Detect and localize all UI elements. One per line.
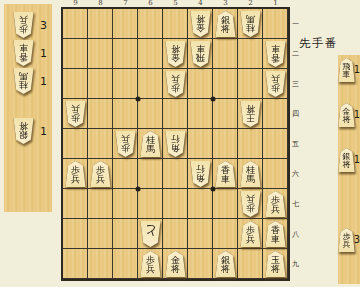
square-1-3[interactable]: 歩兵 <box>263 69 288 99</box>
square-7-5[interactable]: 歩兵 <box>113 129 138 159</box>
piece-face: 桂馬 <box>140 131 161 157</box>
square-2-5[interactable] <box>238 129 263 159</box>
piece-kanji: 角行 <box>196 164 205 183</box>
square-5-8[interactable] <box>163 219 188 249</box>
square-8-6[interactable]: 歩兵 <box>88 159 113 189</box>
file-label-3: 3 <box>213 0 238 7</box>
piece-kanji: 桂馬 <box>146 136 155 155</box>
file-label-9: 9 <box>63 0 88 7</box>
square-1-1[interactable] <box>263 9 288 39</box>
piece-gote-金将[interactable]: 金将 <box>165 41 186 67</box>
square-4-8[interactable] <box>188 219 213 249</box>
piece-face: 金将 <box>190 11 211 37</box>
square-6-6[interactable] <box>138 159 163 189</box>
piece-kanji: 歩兵 <box>246 194 255 213</box>
piece-kanji: 飛車 <box>196 44 205 63</box>
square-7-6[interactable] <box>113 159 138 189</box>
piece-sente-歩兵[interactable]: 歩兵 <box>240 221 261 247</box>
square-2-1[interactable]: 桂馬 <box>238 9 263 39</box>
square-4-4[interactable] <box>188 99 213 129</box>
rank-label-5: 五 <box>291 129 300 159</box>
piece-sente-歩兵[interactable]: 歩兵 <box>140 251 161 277</box>
piece-sente-歩兵[interactable]: 歩兵 <box>265 191 286 217</box>
square-8-8[interactable] <box>88 219 113 249</box>
piece-kanji: 王将 <box>246 104 255 123</box>
hand-count: 3 <box>40 19 47 32</box>
hand-count: 1 <box>354 154 360 165</box>
piece-face: 香車 <box>265 41 286 67</box>
piece-kanji: 桂馬 <box>19 71 28 90</box>
piece-face: 歩兵 <box>140 251 161 277</box>
piece-kanji: 歩兵 <box>343 233 351 250</box>
piece-kanji: 桂馬 <box>246 166 255 185</box>
piece-kanji: 歩兵 <box>271 196 280 215</box>
square-6-2[interactable] <box>138 39 163 69</box>
piece-face: 桂馬 <box>240 11 261 37</box>
piece-sente-歩兵[interactable]: 歩兵 <box>338 228 355 252</box>
square-2-4[interactable]: 王将 <box>238 99 263 129</box>
piece-face: 歩兵 <box>265 191 286 217</box>
piece-sente-銀将[interactable]: 銀将 <box>338 148 355 172</box>
file-label-8: 8 <box>88 0 113 7</box>
piece-face: 歩兵 <box>338 228 355 252</box>
square-4-2[interactable]: 飛車 <box>188 39 213 69</box>
rank-label-7: 七 <box>291 189 300 219</box>
piece-sente-歩兵[interactable]: 歩兵 <box>65 161 86 187</box>
piece-face: 桂馬 <box>13 68 34 94</box>
piece-gote-桂馬[interactable]: 桂馬 <box>240 11 261 37</box>
piece-face: 歩兵 <box>165 71 186 97</box>
piece-sente-金将[interactable]: 金将 <box>338 103 355 127</box>
piece-sente-飛車[interactable]: 飛車 <box>338 58 355 82</box>
hand-count: 1 <box>40 75 47 88</box>
star-point <box>136 187 141 192</box>
piece-sente-玉将[interactable]: 玉将 <box>265 251 286 277</box>
piece-face: 玉将 <box>265 251 286 277</box>
square-1-9[interactable]: 玉将 <box>263 249 288 279</box>
rank-label-4: 四 <box>291 99 300 129</box>
hand-entry-sente-銀将: 銀将1 <box>338 148 360 176</box>
piece-face: 銀将 <box>13 118 34 144</box>
file-label-4: 4 <box>188 0 213 7</box>
square-1-8[interactable]: 香車 <box>263 219 288 249</box>
square-3-5[interactable] <box>213 129 238 159</box>
square-5-1[interactable] <box>163 9 188 39</box>
square-9-8[interactable] <box>63 219 88 249</box>
piece-kanji: 香車 <box>221 166 230 185</box>
shogi-board: 金将銀将桂馬金将飛車香車歩兵歩兵歩兵王将歩兵桂馬角行歩兵歩兵角行香車桂馬歩兵歩兵… <box>61 7 290 281</box>
square-9-9[interactable] <box>63 249 88 279</box>
piece-gote-歩兵[interactable]: 歩兵 <box>65 101 86 127</box>
piece-face: 銀将 <box>338 148 355 172</box>
star-point <box>211 187 216 192</box>
piece-face: 金将 <box>165 41 186 67</box>
piece-kanji: 角行 <box>171 134 180 153</box>
piece-kanji: 歩兵 <box>171 74 180 93</box>
square-1-5[interactable] <box>263 129 288 159</box>
square-6-7[interactable] <box>138 189 163 219</box>
square-4-1[interactable]: 金将 <box>188 9 213 39</box>
square-7-9[interactable] <box>113 249 138 279</box>
rank-label-8: 八 <box>291 219 300 249</box>
square-5-4[interactable] <box>163 99 188 129</box>
square-7-8[interactable] <box>113 219 138 249</box>
piece-face: 歩兵 <box>13 12 34 38</box>
piece-face: 飛車 <box>190 41 211 67</box>
piece-face: 香車 <box>215 161 236 187</box>
piece-gote-角行[interactable]: 角行 <box>165 131 186 157</box>
square-3-3[interactable] <box>213 69 238 99</box>
file-label-5: 5 <box>163 0 188 7</box>
hand-entry-gote-香車: 香車1 <box>4 40 52 68</box>
piece-kanji: 金将 <box>343 108 351 125</box>
square-2-9[interactable] <box>238 249 263 279</box>
piece-face: 金将 <box>165 251 186 277</box>
piece-gote-角行[interactable]: 角行 <box>190 161 211 187</box>
piece-gote-歩兵[interactable]: 歩兵 <box>115 131 136 157</box>
square-4-9[interactable] <box>188 249 213 279</box>
square-4-3[interactable] <box>188 69 213 99</box>
square-1-7[interactable]: 歩兵 <box>263 189 288 219</box>
square-8-5[interactable] <box>88 129 113 159</box>
square-3-8[interactable] <box>213 219 238 249</box>
turn-indicator: 先手番 <box>299 36 338 51</box>
piece-kanji: 歩兵 <box>19 15 28 34</box>
file-label-1: 1 <box>263 0 288 7</box>
piece-kanji: 香車 <box>19 43 28 62</box>
piece-kanji: 歩兵 <box>71 166 80 185</box>
square-1-2[interactable]: 香車 <box>263 39 288 69</box>
square-2-2[interactable] <box>238 39 263 69</box>
piece-sente-香車[interactable]: 香車 <box>265 221 286 247</box>
piece-sente-金将[interactable]: 金将 <box>165 251 186 277</box>
square-4-5[interactable] <box>188 129 213 159</box>
square-9-2[interactable] <box>63 39 88 69</box>
square-9-4[interactable]: 歩兵 <box>63 99 88 129</box>
square-1-6[interactable] <box>263 159 288 189</box>
file-label-6: 6 <box>138 0 163 7</box>
square-3-6[interactable]: 香車 <box>213 159 238 189</box>
square-8-9[interactable] <box>88 249 113 279</box>
square-6-5[interactable]: 桂馬 <box>138 129 163 159</box>
hand-entry-sente-金将: 金将1 <box>338 103 360 131</box>
square-8-3[interactable] <box>88 69 113 99</box>
piece-kanji: 歩兵 <box>271 74 280 93</box>
gote-hand-stand: 歩兵3香車1桂馬1銀将1 <box>4 4 52 212</box>
sente-hand-stand: 飛車1金将1銀将1歩兵3 <box>338 55 360 284</box>
square-2-7[interactable]: 歩兵 <box>238 189 263 219</box>
file-label-7: 7 <box>113 0 138 7</box>
square-7-7[interactable] <box>113 189 138 219</box>
piece-kanji: 歩兵 <box>71 104 80 123</box>
piece-gote-歩兵[interactable]: 歩兵 <box>165 71 186 97</box>
square-5-3[interactable]: 歩兵 <box>163 69 188 99</box>
board-grid: 金将銀将桂馬金将飛車香車歩兵歩兵歩兵王将歩兵桂馬角行歩兵歩兵角行香車桂馬歩兵歩兵… <box>63 9 288 279</box>
piece-kanji: 銀将 <box>221 16 230 35</box>
piece-kanji: 歩兵 <box>96 166 105 185</box>
piece-sente-香車[interactable]: 香車 <box>215 161 236 187</box>
piece-gote-歩兵[interactable]: 歩兵 <box>240 191 261 217</box>
piece-gote-香車[interactable]: 香車 <box>13 40 34 66</box>
rank-label-1: 一 <box>291 9 300 39</box>
piece-face: 歩兵 <box>90 161 111 187</box>
square-5-7[interactable] <box>163 189 188 219</box>
piece-gote-王将[interactable]: 王将 <box>240 101 261 127</box>
square-6-1[interactable] <box>138 9 163 39</box>
square-9-6[interactable]: 歩兵 <box>63 159 88 189</box>
hand-count: 1 <box>354 64 360 75</box>
piece-face: 角行 <box>165 131 186 157</box>
piece-gote-と[interactable]: と <box>140 221 161 247</box>
piece-face: 歩兵 <box>240 221 261 247</box>
square-5-9[interactable]: 金将 <box>163 249 188 279</box>
hand-entry-sente-歩兵: 歩兵3 <box>338 228 360 256</box>
piece-gote-銀将[interactable]: 銀将 <box>13 118 34 144</box>
square-5-6[interactable] <box>163 159 188 189</box>
piece-face: 銀将 <box>215 251 236 277</box>
piece-kanji: 金将 <box>171 256 180 275</box>
piece-kanji: 金将 <box>171 44 180 63</box>
piece-sente-歩兵[interactable]: 歩兵 <box>90 161 111 187</box>
square-3-9[interactable]: 銀将 <box>213 249 238 279</box>
square-8-2[interactable] <box>88 39 113 69</box>
square-3-2[interactable] <box>213 39 238 69</box>
piece-face: 銀将 <box>215 11 236 37</box>
square-9-1[interactable] <box>63 9 88 39</box>
piece-face: 香車 <box>265 221 286 247</box>
piece-kanji: 銀将 <box>221 256 230 275</box>
piece-sente-銀将[interactable]: 銀将 <box>215 251 236 277</box>
piece-face: 金将 <box>338 103 355 127</box>
square-3-4[interactable] <box>213 99 238 129</box>
piece-face: 桂馬 <box>240 161 261 187</box>
piece-face: 歩兵 <box>240 191 261 217</box>
square-8-7[interactable] <box>88 189 113 219</box>
square-5-2[interactable]: 金将 <box>163 39 188 69</box>
square-7-2[interactable] <box>113 39 138 69</box>
piece-kanji: 香車 <box>271 44 280 63</box>
piece-sente-銀将[interactable]: 銀将 <box>215 11 236 37</box>
piece-face: 角行 <box>190 161 211 187</box>
square-3-7[interactable] <box>213 189 238 219</box>
hand-count: 1 <box>40 47 47 60</box>
piece-gote-香車[interactable]: 香車 <box>265 41 286 67</box>
square-9-5[interactable] <box>63 129 88 159</box>
piece-gote-歩兵[interactable]: 歩兵 <box>13 12 34 38</box>
square-7-3[interactable] <box>113 69 138 99</box>
piece-gote-飛車[interactable]: 飛車 <box>190 41 211 67</box>
rank-label-6: 六 <box>291 159 300 189</box>
square-2-3[interactable] <box>238 69 263 99</box>
hand-count: 1 <box>354 109 360 120</box>
square-5-5[interactable]: 角行 <box>163 129 188 159</box>
hand-entry-gote-桂馬: 桂馬1 <box>4 68 52 96</box>
piece-kanji: 銀将 <box>19 121 28 140</box>
square-3-1[interactable]: 銀将 <box>213 9 238 39</box>
square-6-3[interactable] <box>138 69 163 99</box>
piece-gote-歩兵[interactable]: 歩兵 <box>265 71 286 97</box>
shogi-diagram: 987654321 金将銀将桂馬金将飛車香車歩兵歩兵歩兵王将歩兵桂馬角行歩兵歩兵… <box>0 0 360 287</box>
piece-kanji: 歩兵 <box>146 256 155 275</box>
square-4-7[interactable] <box>188 189 213 219</box>
square-6-9[interactable]: 歩兵 <box>138 249 163 279</box>
hand-entry-sente-飛車: 飛車1 <box>338 58 360 86</box>
square-7-4[interactable] <box>113 99 138 129</box>
square-1-4[interactable] <box>263 99 288 129</box>
square-4-6[interactable]: 角行 <box>188 159 213 189</box>
square-7-1[interactable] <box>113 9 138 39</box>
hand-entry-gote-銀将: 銀将1 <box>4 118 52 146</box>
piece-face: 歩兵 <box>265 71 286 97</box>
piece-gote-桂馬[interactable]: 桂馬 <box>13 68 34 94</box>
square-2-8[interactable]: 歩兵 <box>238 219 263 249</box>
piece-face: 歩兵 <box>115 131 136 157</box>
piece-kanji: 歩兵 <box>246 226 255 245</box>
rank-label-3: 三 <box>291 69 300 99</box>
piece-kanji: 歩兵 <box>121 134 130 153</box>
hand-count: 1 <box>40 125 47 138</box>
piece-face: 歩兵 <box>65 161 86 187</box>
piece-face: 飛車 <box>338 58 355 82</box>
piece-face: 王将 <box>240 101 261 127</box>
piece-gote-金将[interactable]: 金将 <box>190 11 211 37</box>
square-6-8[interactable]: と <box>138 219 163 249</box>
piece-kanji: 飛車 <box>343 63 351 80</box>
star-point <box>136 97 141 102</box>
hand-count: 3 <box>354 234 360 245</box>
square-8-1[interactable] <box>88 9 113 39</box>
piece-face: と <box>140 221 161 247</box>
piece-kanji: 金将 <box>196 14 205 33</box>
piece-kanji: と <box>144 226 157 239</box>
square-9-3[interactable] <box>63 69 88 99</box>
piece-kanji: 玉将 <box>271 256 280 275</box>
piece-sente-桂馬[interactable]: 桂馬 <box>240 161 261 187</box>
square-9-7[interactable] <box>63 189 88 219</box>
piece-face: 香車 <box>13 40 34 66</box>
rank-label-9: 九 <box>291 249 300 279</box>
hand-entry-gote-歩兵: 歩兵3 <box>4 12 52 40</box>
square-8-4[interactable] <box>88 99 113 129</box>
square-2-6[interactable]: 桂馬 <box>238 159 263 189</box>
file-labels: 987654321 <box>63 0 288 7</box>
star-point <box>211 97 216 102</box>
square-6-4[interactable] <box>138 99 163 129</box>
piece-sente-桂馬[interactable]: 桂馬 <box>140 131 161 157</box>
piece-kanji: 桂馬 <box>246 14 255 33</box>
piece-kanji: 銀将 <box>343 153 351 170</box>
piece-face: 歩兵 <box>65 101 86 127</box>
file-label-2: 2 <box>238 0 263 7</box>
piece-kanji: 香車 <box>271 226 280 245</box>
